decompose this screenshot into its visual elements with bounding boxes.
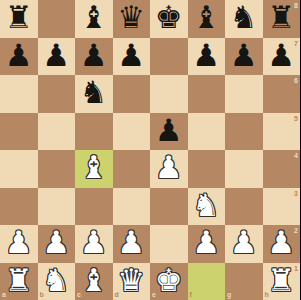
square-b7[interactable]: ♟ [38,38,76,76]
square-b8[interactable] [38,0,76,38]
square-d7[interactable]: ♟ [113,38,151,76]
square-d5[interactable] [113,113,151,151]
square-d8[interactable]: ♛ [113,0,151,38]
square-g6[interactable] [225,75,263,113]
white-pawn[interactable]: ♟ [230,227,258,258]
square-e8[interactable]: ♚ [150,0,188,38]
square-g7[interactable]: ♟ [225,38,263,76]
white-rook[interactable]: ♜ [267,265,295,296]
square-h5[interactable]: 5 [263,113,301,151]
square-b4[interactable] [38,150,76,188]
square-d1[interactable]: ♛d [113,263,151,300]
square-h8[interactable]: ♜8 [263,0,301,38]
black-pawn[interactable]: ♟ [117,40,145,71]
white-pawn[interactable]: ♟ [5,227,33,258]
rank-label-6: 6 [294,77,298,84]
square-a3[interactable] [0,188,38,226]
square-h6[interactable]: 6 [263,75,301,113]
square-c1[interactable]: ♝c [75,263,113,300]
square-g5[interactable] [225,113,263,151]
square-h2[interactable]: ♟2 [263,225,301,263]
black-queen[interactable]: ♛ [117,2,145,33]
square-b2[interactable]: ♟ [38,225,76,263]
square-g2[interactable]: ♟ [225,225,263,263]
white-pawn[interactable]: ♟ [42,227,70,258]
square-a4[interactable] [0,150,38,188]
black-rook[interactable]: ♜ [5,2,33,33]
chess-board: ♜♝♛♚♝♞♜8♟♟♟♟♟♟♟7♞6♟5♝♟4♞3♟♟♟♟♟♟♟2♜a♞b♝c♛… [0,0,300,300]
square-f4[interactable] [188,150,226,188]
square-e7[interactable] [150,38,188,76]
black-bishop[interactable]: ♝ [80,2,108,33]
square-c6[interactable]: ♞ [75,75,113,113]
square-f2[interactable]: ♟ [188,225,226,263]
white-rook[interactable]: ♜ [5,265,33,296]
square-a1[interactable]: ♜a [0,263,38,300]
square-e1[interactable]: ♚e [150,263,188,300]
square-c2[interactable]: ♟ [75,225,113,263]
square-b5[interactable] [38,113,76,151]
square-f3[interactable]: ♞ [188,188,226,226]
square-f8[interactable]: ♝ [188,0,226,38]
square-f7[interactable]: ♟ [188,38,226,76]
square-h1[interactable]: ♜h1 [263,263,301,300]
square-c4[interactable]: ♝ [75,150,113,188]
square-h4[interactable]: 4 [263,150,301,188]
black-pawn[interactable]: ♟ [5,40,33,71]
white-pawn[interactable]: ♟ [117,227,145,258]
square-b6[interactable] [38,75,76,113]
square-h3[interactable]: 3 [263,188,301,226]
square-e2[interactable] [150,225,188,263]
white-queen[interactable]: ♛ [117,265,145,296]
white-bishop[interactable]: ♝ [80,152,108,183]
black-rook[interactable]: ♜ [267,2,295,33]
square-e6[interactable] [150,75,188,113]
white-knight[interactable]: ♞ [42,265,70,296]
square-a6[interactable] [0,75,38,113]
square-d6[interactable] [113,75,151,113]
square-g4[interactable] [225,150,263,188]
rank-label-5: 5 [294,115,298,122]
square-e3[interactable] [150,188,188,226]
square-a5[interactable] [0,113,38,151]
file-label-g: g [227,291,231,298]
black-pawn[interactable]: ♟ [42,40,70,71]
white-pawn[interactable]: ♟ [155,152,183,183]
square-g1[interactable]: g [225,263,263,300]
white-pawn[interactable]: ♟ [267,227,295,258]
square-c7[interactable]: ♟ [75,38,113,76]
square-b3[interactable] [38,188,76,226]
square-g8[interactable]: ♞ [225,0,263,38]
square-f1[interactable]: f [188,263,226,300]
black-pawn[interactable]: ♟ [192,40,220,71]
black-knight[interactable]: ♞ [80,77,108,108]
square-c5[interactable] [75,113,113,151]
square-b1[interactable]: ♞b [38,263,76,300]
square-f5[interactable] [188,113,226,151]
black-knight[interactable]: ♞ [230,2,258,33]
square-e4[interactable]: ♟ [150,150,188,188]
square-h7[interactable]: ♟7 [263,38,301,76]
file-label-f: f [190,291,192,298]
black-pawn[interactable]: ♟ [230,40,258,71]
rank-label-3: 3 [294,190,298,197]
square-d2[interactable]: ♟ [113,225,151,263]
square-c3[interactable] [75,188,113,226]
black-pawn[interactable]: ♟ [267,40,295,71]
square-e5[interactable]: ♟ [150,113,188,151]
square-d4[interactable] [113,150,151,188]
white-bishop[interactable]: ♝ [80,265,108,296]
white-pawn[interactable]: ♟ [80,227,108,258]
rank-label-4: 4 [294,152,298,159]
square-f6[interactable] [188,75,226,113]
black-pawn[interactable]: ♟ [155,115,183,146]
white-pawn[interactable]: ♟ [192,227,220,258]
square-d3[interactable] [113,188,151,226]
black-bishop[interactable]: ♝ [192,2,220,33]
black-king[interactable]: ♚ [155,2,183,33]
square-c8[interactable]: ♝ [75,0,113,38]
square-g3[interactable] [225,188,263,226]
white-king[interactable]: ♚ [155,265,183,296]
white-knight[interactable]: ♞ [192,190,220,221]
square-a8[interactable]: ♜ [0,0,38,38]
black-pawn[interactable]: ♟ [80,40,108,71]
square-a2[interactable]: ♟ [0,225,38,263]
square-a7[interactable]: ♟ [0,38,38,76]
